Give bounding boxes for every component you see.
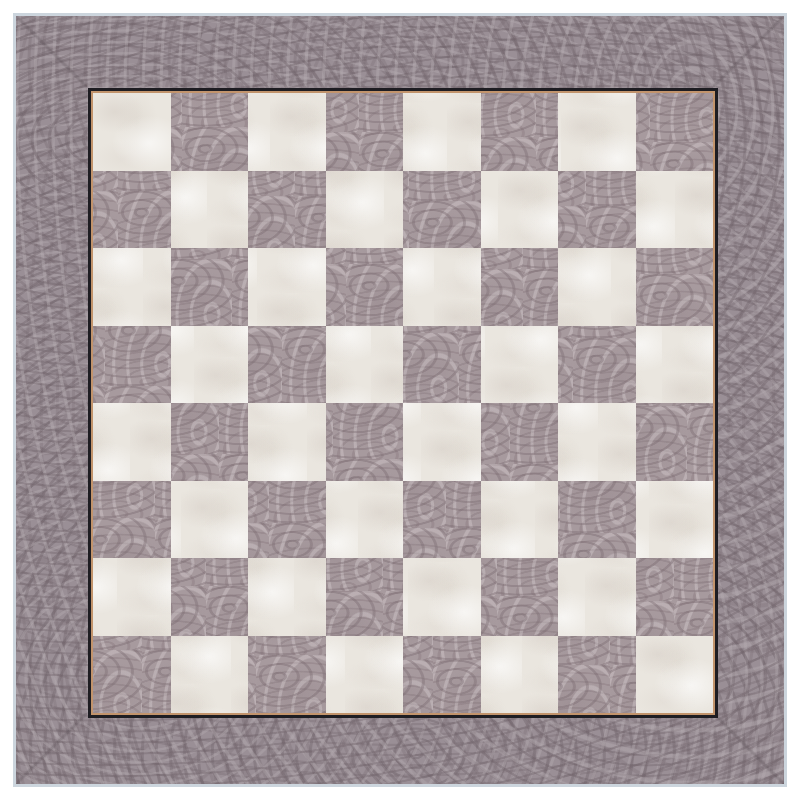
board-inlay-line [91,91,715,715]
square-e5[interactable] [403,326,481,404]
square-c6[interactable] [248,248,326,326]
square-a8[interactable] [93,93,171,171]
square-h7[interactable] [636,171,714,249]
square-c2[interactable] [248,558,326,636]
square-d2[interactable] [326,558,404,636]
square-g3[interactable] [558,481,636,559]
square-d1[interactable] [326,636,404,714]
square-b3[interactable] [171,481,249,559]
chessboard [13,13,787,787]
square-e7[interactable] [403,171,481,249]
square-e3[interactable] [403,481,481,559]
square-h1[interactable] [636,636,714,714]
square-a3[interactable] [93,481,171,559]
square-h2[interactable] [636,558,714,636]
square-g5[interactable] [558,326,636,404]
square-h3[interactable] [636,481,714,559]
square-a5[interactable] [93,326,171,404]
square-f6[interactable] [481,248,559,326]
page-background [0,0,800,800]
square-a6[interactable] [93,248,171,326]
square-c7[interactable] [248,171,326,249]
board-grid [93,93,713,713]
square-c1[interactable] [248,636,326,714]
square-b1[interactable] [171,636,249,714]
square-g4[interactable] [558,403,636,481]
square-h4[interactable] [636,403,714,481]
square-b7[interactable] [171,171,249,249]
square-a4[interactable] [93,403,171,481]
square-f2[interactable] [481,558,559,636]
square-f5[interactable] [481,326,559,404]
square-f4[interactable] [481,403,559,481]
square-d6[interactable] [326,248,404,326]
square-b2[interactable] [171,558,249,636]
square-e8[interactable] [403,93,481,171]
square-a2[interactable] [93,558,171,636]
square-b8[interactable] [171,93,249,171]
square-h8[interactable] [636,93,714,171]
square-c3[interactable] [248,481,326,559]
square-c5[interactable] [248,326,326,404]
square-d4[interactable] [326,403,404,481]
square-f8[interactable] [481,93,559,171]
square-g1[interactable] [558,636,636,714]
square-e6[interactable] [403,248,481,326]
square-e1[interactable] [403,636,481,714]
square-c8[interactable] [248,93,326,171]
square-b4[interactable] [171,403,249,481]
square-c4[interactable] [248,403,326,481]
square-f1[interactable] [481,636,559,714]
square-g7[interactable] [558,171,636,249]
square-e4[interactable] [403,403,481,481]
square-d3[interactable] [326,481,404,559]
square-f3[interactable] [481,481,559,559]
square-a1[interactable] [93,636,171,714]
square-h6[interactable] [636,248,714,326]
square-g6[interactable] [558,248,636,326]
square-a7[interactable] [93,171,171,249]
square-f7[interactable] [481,171,559,249]
square-b6[interactable] [171,248,249,326]
square-b5[interactable] [171,326,249,404]
board-frame-line [88,88,718,718]
square-e2[interactable] [403,558,481,636]
square-d7[interactable] [326,171,404,249]
square-g2[interactable] [558,558,636,636]
square-h5[interactable] [636,326,714,404]
square-d5[interactable] [326,326,404,404]
square-d8[interactable] [326,93,404,171]
square-g8[interactable] [558,93,636,171]
